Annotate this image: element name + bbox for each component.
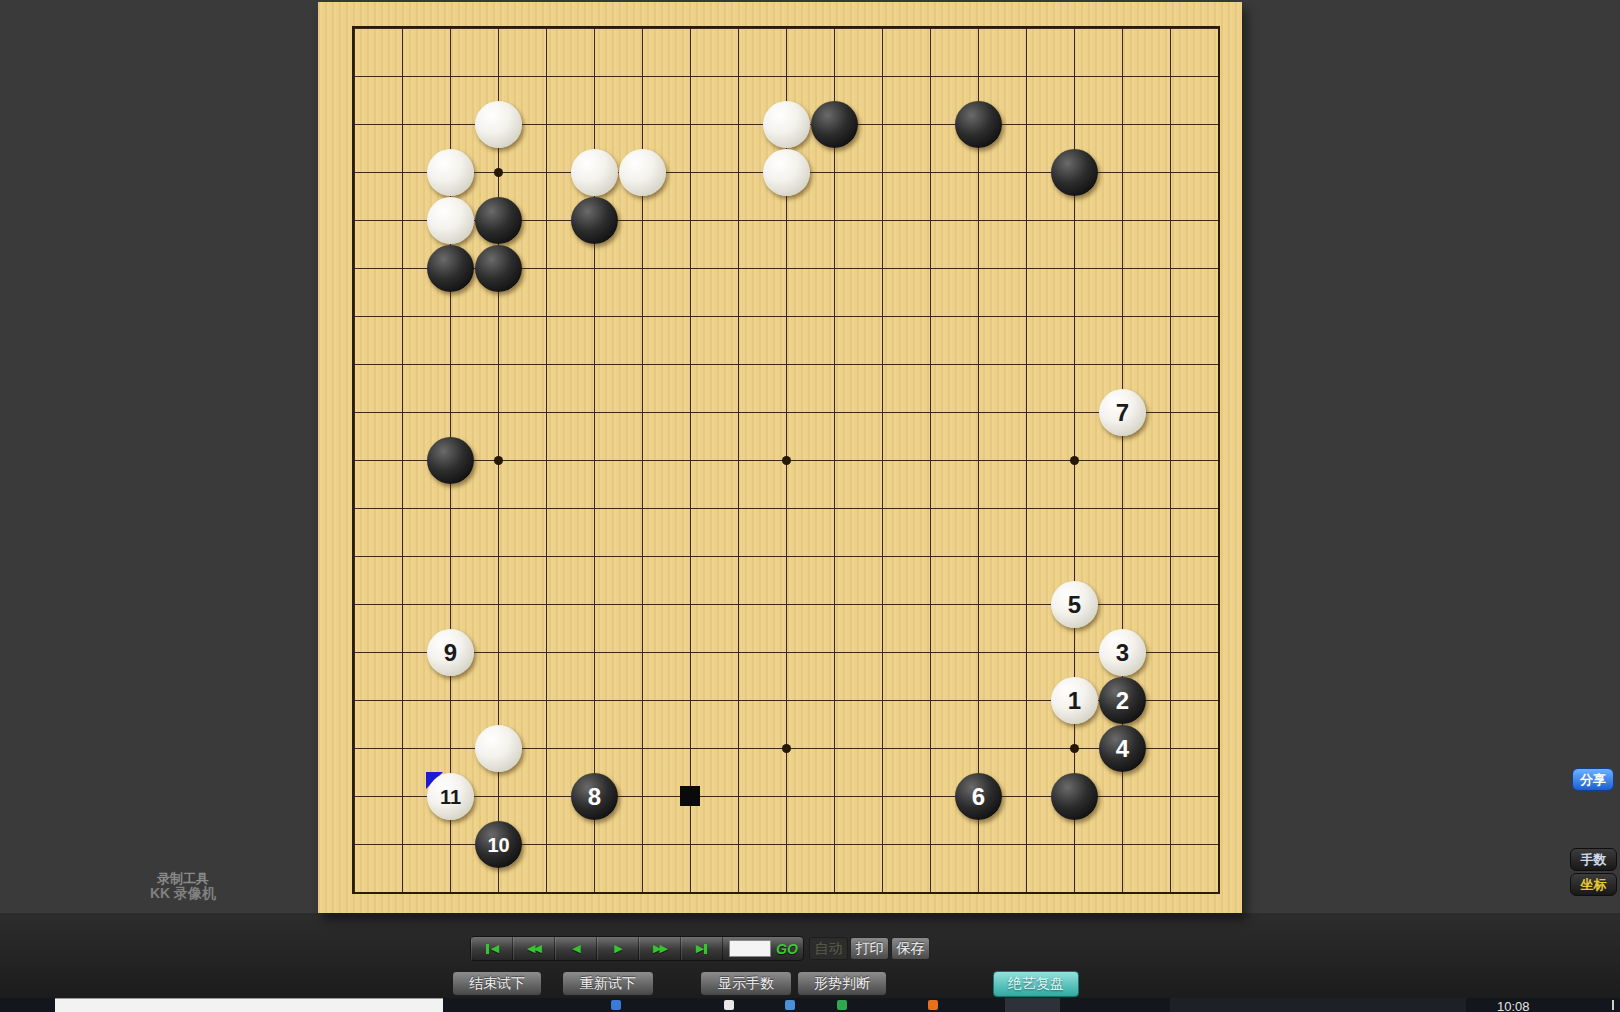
star-point: [782, 744, 791, 753]
stone-black-move-2: 2: [1099, 677, 1146, 724]
stone-white-move-1: 1: [1051, 677, 1098, 724]
stone-black: [571, 197, 618, 244]
taskbar-clock: 10:08: [1497, 999, 1530, 1012]
square-marker: [680, 786, 700, 806]
recorder-watermark: 录制工具 KK 录像机: [118, 871, 248, 901]
move-number-label: 6: [972, 785, 985, 809]
screen: 7593124118610 ◀◀◀◀▶▶▶▶ GO 自动 打印 保存 结束试下 …: [0, 0, 1620, 1012]
star-point: [1070, 744, 1079, 753]
skip-last-button[interactable]: ▶: [681, 937, 723, 960]
fast-forward-icon: ▶▶: [653, 942, 666, 955]
fast-forward-button[interactable]: ▶▶: [639, 937, 681, 960]
move-number-label: 7: [1116, 401, 1129, 425]
move-number-label: 3: [1116, 641, 1129, 665]
move-number-label: 10: [487, 835, 509, 855]
star-point: [494, 168, 503, 177]
auto-button[interactable]: 自动: [809, 937, 848, 960]
taskbar-app-segment[interactable]: [1170, 998, 1466, 1012]
move-number-label: 4: [1116, 737, 1129, 761]
stone-black: [427, 245, 474, 292]
move-number-label: 5: [1068, 593, 1081, 617]
skip-first-button[interactable]: ◀: [471, 937, 513, 960]
taskbar-app-icon-1[interactable]: [611, 1000, 621, 1010]
step-backward-icon: ◀: [572, 942, 578, 955]
save-button[interactable]: 保存: [891, 937, 930, 960]
stone-black: [1051, 149, 1098, 196]
stone-black-move-10: 10: [475, 821, 522, 868]
watermark-line2: KK 录像机: [118, 886, 248, 901]
stone-white: [763, 101, 810, 148]
move-number-label: 8: [588, 785, 601, 809]
stone-white-move-11: 11: [427, 773, 474, 820]
fast-backward-icon: ◀◀: [527, 942, 540, 955]
stone-white: [475, 725, 522, 772]
stone-white-move-9: 9: [427, 629, 474, 676]
fineart-review-button[interactable]: 绝艺复盘: [993, 971, 1079, 997]
move-number-label: 11: [440, 787, 461, 807]
step-forward-icon: ▶: [614, 942, 620, 955]
taskbar: 10:08: [0, 998, 1620, 1012]
stone-white-move-5: 5: [1051, 581, 1098, 628]
stone-white: [763, 149, 810, 196]
stone-white: [571, 149, 618, 196]
skip-first-icon: ◀: [491, 942, 497, 955]
playback-bar: ◀◀◀◀▶▶▶▶ GO: [470, 936, 804, 961]
star-point: [1070, 456, 1079, 465]
taskbar-active-app[interactable]: [1005, 998, 1060, 1012]
share-button[interactable]: 分享: [1572, 768, 1614, 791]
move-number-label: 9: [444, 641, 457, 665]
background-window-edge: [55, 998, 443, 1012]
go-button[interactable]: GO: [776, 941, 798, 957]
move-number-label: 1: [1068, 689, 1081, 713]
stone-black-move-8: 8: [571, 773, 618, 820]
stone-white-move-3: 3: [1099, 629, 1146, 676]
restart-trial-button[interactable]: 重新试下: [562, 971, 654, 996]
stone-white-move-7: 7: [1099, 389, 1146, 436]
stone-black: [427, 437, 474, 484]
move-count-button[interactable]: 手数: [1570, 848, 1617, 871]
skip-last-icon: ▶: [696, 942, 702, 955]
end-trial-button[interactable]: 结束试下: [452, 971, 542, 996]
stone-white: [427, 197, 474, 244]
fast-backward-button[interactable]: ◀◀: [513, 937, 555, 960]
stone-white: [619, 149, 666, 196]
taskbar-app-icon-2[interactable]: [724, 1000, 734, 1010]
move-number-input[interactable]: [729, 940, 771, 957]
taskbar-show-desktop[interactable]: [1612, 1000, 1614, 1010]
taskbar-app-icon-5[interactable]: [928, 1000, 938, 1010]
stone-black: [475, 245, 522, 292]
stone-black: [811, 101, 858, 148]
go-board[interactable]: 7593124118610: [318, 2, 1242, 913]
print-button[interactable]: 打印: [850, 937, 889, 960]
step-forward-button[interactable]: ▶: [597, 937, 639, 960]
stone-black: [475, 197, 522, 244]
watermark-line1: 录制工具: [118, 871, 248, 886]
taskbar-app-icon-4[interactable]: [837, 1000, 847, 1010]
stone-black-move-6: 6: [955, 773, 1002, 820]
move-number-label: 2: [1116, 689, 1129, 713]
coordinates-button[interactable]: 坐标: [1570, 873, 1617, 896]
stone-black: [1051, 773, 1098, 820]
taskbar-app-icon-3[interactable]: [785, 1000, 795, 1010]
stone-black-move-4: 4: [1099, 725, 1146, 772]
star-point: [494, 456, 503, 465]
show-move-numbers-button[interactable]: 显示手数: [700, 971, 792, 996]
step-backward-button[interactable]: ◀: [555, 937, 597, 960]
star-point: [782, 456, 791, 465]
stone-white: [427, 149, 474, 196]
position-judgement-button[interactable]: 形势判断: [797, 971, 887, 996]
stone-black: [955, 101, 1002, 148]
stone-white: [475, 101, 522, 148]
